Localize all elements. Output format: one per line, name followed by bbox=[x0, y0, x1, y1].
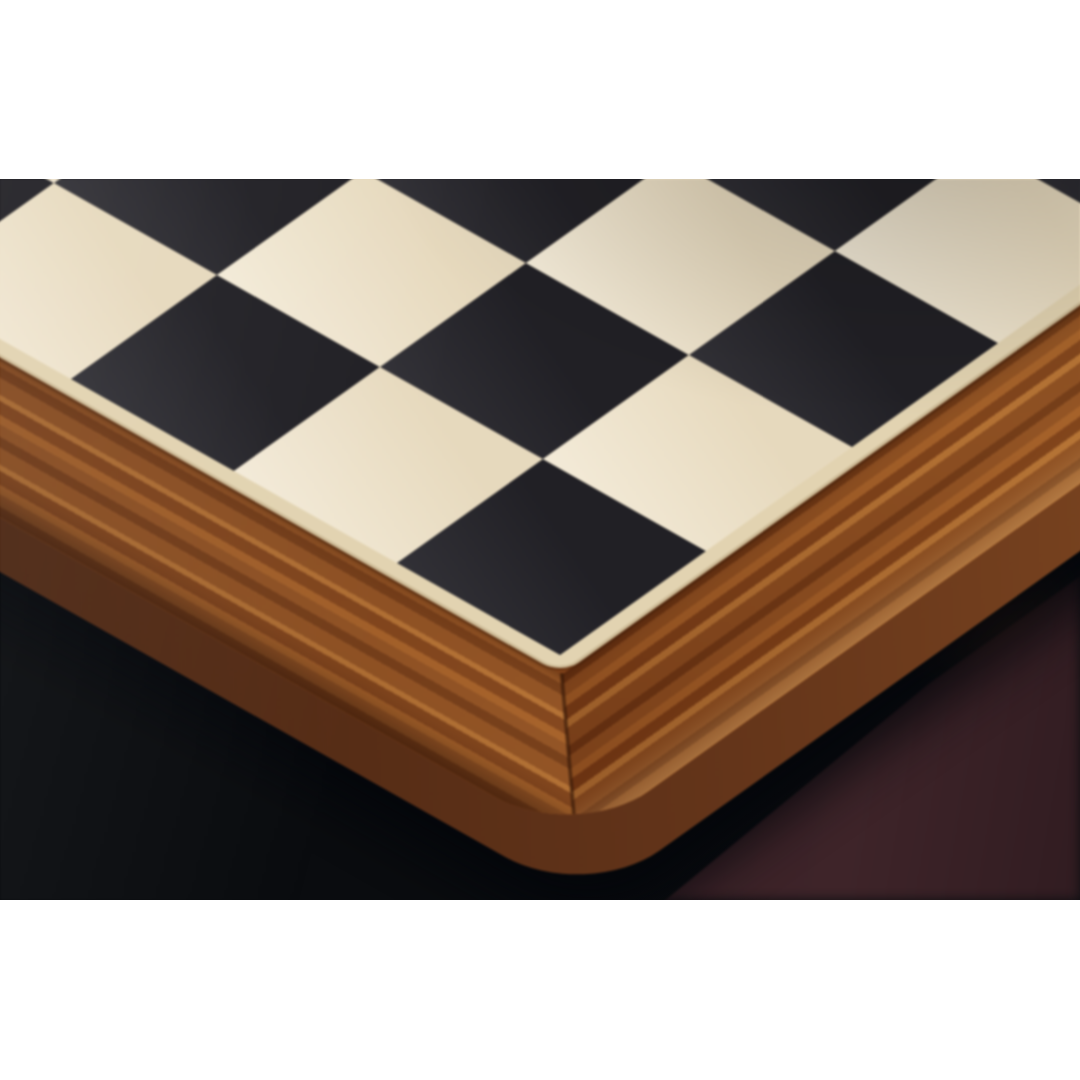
letterbox-bottom bbox=[0, 900, 1080, 1080]
screenshot-canvas bbox=[0, 0, 1080, 1080]
chessboard-photo bbox=[0, 179, 1080, 900]
letterbox-top bbox=[0, 0, 1080, 179]
photo-content bbox=[0, 179, 1080, 900]
